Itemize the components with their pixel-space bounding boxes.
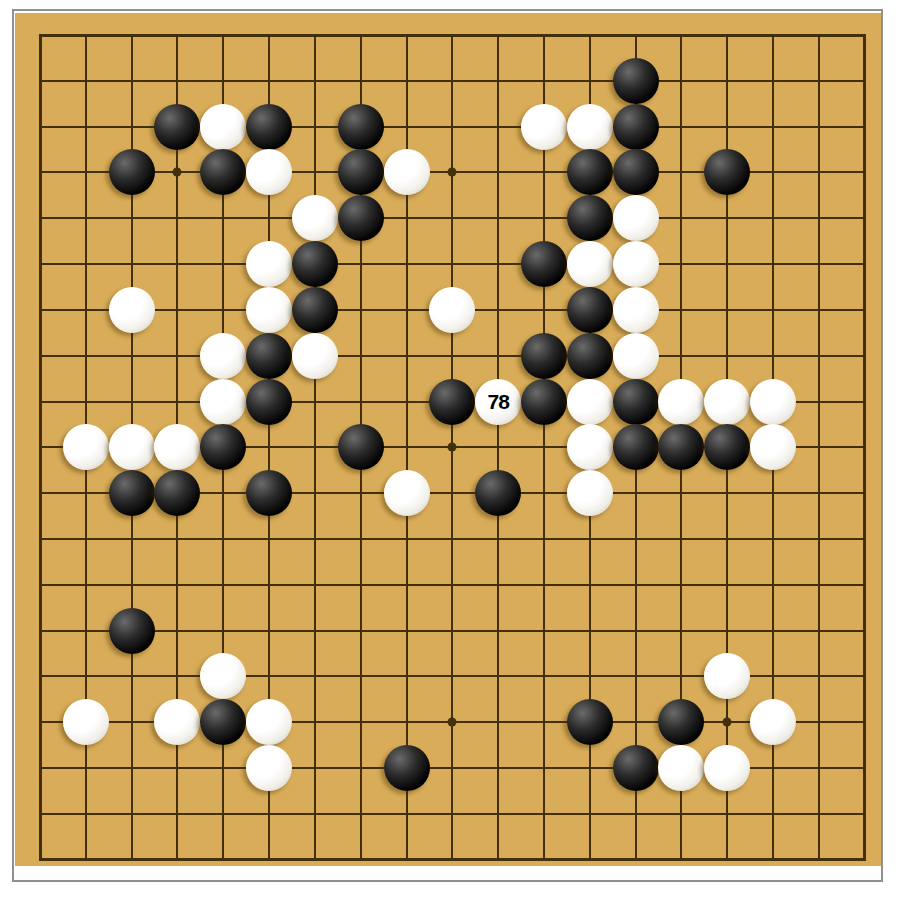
white-stone <box>613 241 659 287</box>
black-stone <box>613 379 659 425</box>
black-stone <box>246 104 292 150</box>
black-stone <box>109 149 155 195</box>
white-stone <box>429 287 475 333</box>
black-stone <box>154 470 200 516</box>
white-stone <box>750 699 796 745</box>
white-stone <box>704 653 750 699</box>
black-stone <box>338 424 384 470</box>
black-stone <box>521 379 567 425</box>
white-stone <box>750 379 796 425</box>
black-stone <box>109 470 155 516</box>
star-point <box>173 168 182 177</box>
white-stone <box>704 379 750 425</box>
grid-line-horizontal <box>39 538 867 540</box>
move-number-label: 78 <box>488 391 509 412</box>
white-stone <box>200 333 246 379</box>
black-stone <box>658 424 704 470</box>
grid-line-vertical <box>818 34 820 862</box>
white-stone <box>154 699 200 745</box>
black-stone <box>567 699 613 745</box>
grid-line-vertical <box>497 34 499 862</box>
white-stone <box>246 699 292 745</box>
grid-line-horizontal <box>39 584 867 586</box>
white-stone <box>613 287 659 333</box>
star-point <box>448 443 457 452</box>
white-stone <box>658 379 704 425</box>
grid-line-vertical <box>863 34 866 862</box>
black-stone <box>704 149 750 195</box>
grid-line-vertical <box>543 34 545 862</box>
white-stone <box>704 745 750 791</box>
white-stone <box>246 745 292 791</box>
white-stone <box>246 149 292 195</box>
white-stone <box>200 104 246 150</box>
black-stone <box>384 745 430 791</box>
white-stone <box>154 424 200 470</box>
white-stone <box>200 379 246 425</box>
black-stone <box>613 149 659 195</box>
black-stone <box>613 424 659 470</box>
black-stone <box>521 333 567 379</box>
white-stone <box>750 424 796 470</box>
black-stone <box>246 470 292 516</box>
black-stone <box>567 195 613 241</box>
white-stone <box>109 287 155 333</box>
black-stone <box>429 379 475 425</box>
white-stone <box>384 149 430 195</box>
grid-line-horizontal <box>39 858 867 861</box>
black-stone <box>613 104 659 150</box>
black-stone <box>200 424 246 470</box>
black-stone <box>613 745 659 791</box>
white-stone <box>567 424 613 470</box>
black-stone <box>338 104 384 150</box>
goban: 78 <box>15 13 881 866</box>
black-stone <box>246 333 292 379</box>
star-point <box>723 718 732 727</box>
white-stone <box>292 195 338 241</box>
white-stone <box>246 287 292 333</box>
black-stone <box>292 241 338 287</box>
white-stone <box>63 699 109 745</box>
black-stone <box>200 149 246 195</box>
go-diagram: 78 <box>0 0 900 900</box>
white-stone <box>567 241 613 287</box>
white-stone-move-78: 78 <box>475 379 521 425</box>
black-stone <box>338 149 384 195</box>
white-stone <box>658 745 704 791</box>
black-stone <box>658 699 704 745</box>
white-stone <box>567 470 613 516</box>
black-stone <box>704 424 750 470</box>
black-stone <box>292 287 338 333</box>
white-stone <box>63 424 109 470</box>
white-stone <box>292 333 338 379</box>
star-point <box>448 168 457 177</box>
grid-line-horizontal <box>39 630 867 632</box>
black-stone <box>475 470 521 516</box>
black-stone <box>567 333 613 379</box>
white-stone <box>521 104 567 150</box>
grid-line-horizontal <box>39 813 867 815</box>
black-stone <box>246 379 292 425</box>
black-stone <box>338 195 384 241</box>
white-stone <box>200 653 246 699</box>
black-stone <box>613 58 659 104</box>
white-stone <box>613 333 659 379</box>
white-stone <box>613 195 659 241</box>
white-stone <box>384 470 430 516</box>
white-stone <box>567 379 613 425</box>
white-stone <box>567 104 613 150</box>
black-stone <box>567 149 613 195</box>
black-stone <box>200 699 246 745</box>
black-stone <box>109 608 155 654</box>
black-stone <box>567 287 613 333</box>
white-stone <box>109 424 155 470</box>
star-point <box>448 718 457 727</box>
white-stone <box>246 241 292 287</box>
black-stone <box>521 241 567 287</box>
black-stone <box>154 104 200 150</box>
